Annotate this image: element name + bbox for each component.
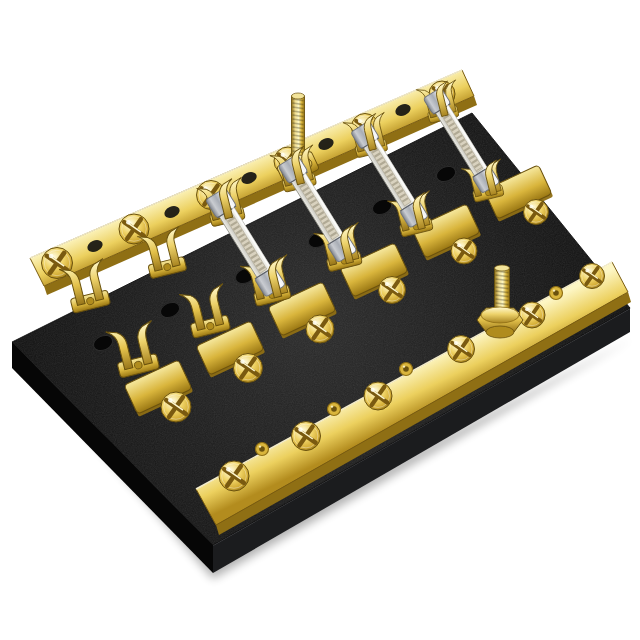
stud-collar	[486, 326, 514, 338]
fuse-block-photo	[0, 0, 640, 640]
rivet	[256, 443, 269, 456]
product-photo-canvas	[0, 0, 640, 640]
rivet	[328, 403, 341, 416]
rivet	[550, 287, 563, 300]
rivet	[400, 363, 413, 376]
